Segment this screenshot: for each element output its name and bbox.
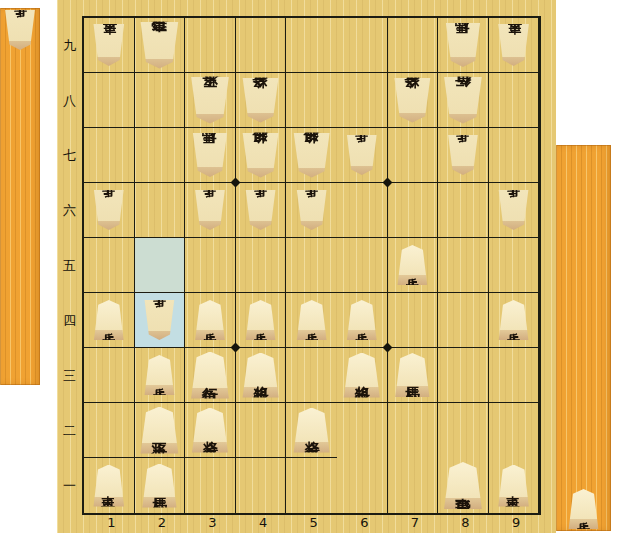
square-2-1[interactable]: 桂馬 [135,458,186,513]
square-5-4[interactable]: 歩兵 [286,293,337,348]
piece-王将-bottom[interactable]: 王将 [138,407,180,454]
piece-銀将-bottom[interactable]: 銀将 [342,353,382,398]
square-8-8[interactable]: 角行 [438,73,489,128]
piece-歩兵-bottom-hand[interactable]: 歩兵 [567,489,600,529]
square-3-9[interactable] [185,18,236,73]
komadai-top-player[interactable]: 歩兵 [0,8,40,385]
square-6-9[interactable] [337,18,388,73]
rank-label-九: 九 [57,18,82,73]
square-1-6[interactable]: 歩兵 [84,183,135,238]
piece-歩兵-top[interactable]: 歩兵 [446,135,479,175]
square-8-6[interactable] [438,183,489,238]
square-3-7[interactable]: 桂馬 [185,128,236,183]
square-4-8[interactable]: 金将 [236,73,287,128]
square-5-3[interactable] [286,348,337,403]
square-3-5[interactable] [185,238,236,293]
square-1-4[interactable]: 歩兵 [84,293,135,348]
square-6-8[interactable] [337,73,388,128]
square-5-1[interactable] [286,458,337,513]
square-2-9[interactable]: 飛車 [135,18,186,73]
piece-金将-bottom[interactable]: 金将 [292,408,332,453]
file-label-5: 5 [288,515,339,530]
piece-香車-bottom[interactable]: 香車 [497,465,531,507]
square-1-9[interactable]: 香車 [84,18,135,73]
square-4-2[interactable] [236,403,287,458]
square-9-5[interactable] [489,238,540,293]
piece-桂馬-bottom[interactable]: 桂馬 [393,353,431,397]
square-7-8[interactable]: 金将 [388,73,439,128]
square-7-3[interactable]: 桂馬 [388,348,439,403]
rank-label-一: 一 [57,458,82,513]
square-9-6[interactable]: 歩兵 [489,183,540,238]
square-2-7[interactable] [135,128,186,183]
square-6-6[interactable] [337,183,388,238]
square-4-9[interactable] [236,18,287,73]
square-4-6[interactable]: 歩兵 [236,183,287,238]
piece-銀将-bottom[interactable]: 銀将 [241,353,281,398]
piece-歩兵-bottom[interactable]: 歩兵 [396,245,429,285]
piece-香車-bottom[interactable]: 香車 [92,465,126,507]
piece-歩兵-top[interactable]: 歩兵 [497,190,530,230]
square-6-4[interactable]: 歩兵 [337,293,388,348]
square-3-2[interactable]: 金将 [185,403,236,458]
piece-桂馬-top[interactable]: 桂馬 [191,133,229,177]
square-2-5[interactable] [135,238,186,293]
piece-角行-bottom[interactable]: 角行 [189,352,231,399]
piece-金将-top[interactable]: 金将 [241,78,281,123]
piece-角行-top[interactable]: 角行 [442,77,484,124]
square-3-8[interactable]: 玉将 [185,73,236,128]
square-9-4[interactable]: 歩兵 [489,293,540,348]
piece-桂馬-top[interactable]: 桂馬 [444,23,482,67]
rank-label-二: 二 [57,403,82,458]
square-9-2[interactable] [489,403,540,458]
square-5-7[interactable]: 銀将 [286,128,337,183]
file-label-4: 4 [238,515,289,530]
square-5-8[interactable] [286,73,337,128]
piece-歩兵-bottom[interactable]: 歩兵 [244,300,277,340]
rank-label-三: 三 [57,348,82,403]
file-label-8: 8 [440,515,491,530]
square-9-3[interactable] [489,348,540,403]
square-8-9[interactable]: 桂馬 [438,18,489,73]
square-7-4[interactable] [388,293,439,348]
rank-label-七: 七 [57,128,82,183]
square-8-7[interactable]: 歩兵 [438,128,489,183]
piece-歩兵-bottom[interactable]: 歩兵 [193,300,226,340]
square-1-7[interactable] [84,128,135,183]
square-6-3[interactable]: 銀将 [337,348,388,403]
square-5-6[interactable]: 歩兵 [286,183,337,238]
file-label-2: 2 [137,515,188,530]
square-6-1[interactable] [337,458,388,513]
piece-銀将-top[interactable]: 銀将 [292,133,332,178]
rank-label-四: 四 [57,293,82,348]
square-1-3[interactable] [84,348,135,403]
rank-label-五: 五 [57,238,82,293]
square-7-5[interactable]: 歩兵 [388,238,439,293]
komadai-bottom-player[interactable]: 歩兵 [556,145,611,531]
square-6-7[interactable]: 歩兵 [337,128,388,183]
square-6-2[interactable] [337,403,388,458]
square-7-1[interactable] [388,458,439,513]
piece-歩兵-bottom[interactable]: 歩兵 [295,300,328,340]
square-2-4[interactable]: 歩兵 [135,293,186,348]
piece-桂馬-bottom[interactable]: 桂馬 [140,464,178,508]
square-8-3[interactable] [438,348,489,403]
square-2-3[interactable]: 歩兵 [135,348,186,403]
piece-歩兵-top[interactable]: 歩兵 [295,190,328,230]
square-4-3[interactable]: 銀将 [236,348,287,403]
rank-label-八: 八 [57,73,82,128]
square-9-1[interactable]: 香車 [489,458,540,513]
piece-香車-top[interactable]: 香車 [497,24,531,66]
piece-歩兵-top[interactable]: 歩兵 [92,190,125,230]
square-1-5[interactable] [84,238,135,293]
square-8-5[interactable] [438,238,489,293]
square-7-7[interactable] [388,128,439,183]
square-2-2[interactable]: 王将 [135,403,186,458]
square-3-3[interactable]: 角行 [185,348,236,403]
piece-歩兵-bottom[interactable]: 歩兵 [345,300,378,340]
square-7-6[interactable] [388,183,439,238]
square-8-4[interactable] [438,293,489,348]
square-2-6[interactable] [135,183,186,238]
square-1-8[interactable] [84,73,135,128]
square-2-8[interactable] [135,73,186,128]
piece-香車-top[interactable]: 香車 [92,24,126,66]
square-4-5[interactable] [236,238,287,293]
piece-飛車-top[interactable]: 飛車 [138,22,180,69]
board-grid: 香車飛車桂馬香車玉将金将金将角行桂馬銀将銀将歩兵歩兵歩兵歩兵歩兵歩兵歩兵歩兵歩兵… [82,16,541,515]
piece-歩兵-bottom[interactable]: 歩兵 [92,300,125,340]
piece-歩兵-top[interactable]: 歩兵 [244,190,277,230]
square-3-4[interactable]: 歩兵 [185,293,236,348]
rank-label-六: 六 [57,183,82,238]
square-8-1[interactable]: 飛車 [438,458,489,513]
file-label-1: 1 [86,515,137,530]
square-9-8[interactable] [489,73,540,128]
square-7-2[interactable] [388,403,439,458]
piece-金将-top[interactable]: 金将 [392,78,432,123]
piece-歩兵-bottom[interactable]: 歩兵 [497,300,530,340]
square-5-9[interactable] [286,18,337,73]
square-3-1[interactable] [185,458,236,513]
square-4-4[interactable]: 歩兵 [236,293,287,348]
file-label-3: 3 [187,515,238,530]
square-7-9[interactable] [388,18,439,73]
shogi-board: 九八七六五四三二一 香車飛車桂馬香車玉将金将金将角行桂馬銀将銀将歩兵歩兵歩兵歩兵… [57,0,556,533]
square-5-5[interactable] [286,238,337,293]
square-1-2[interactable] [84,403,135,458]
piece-歩兵-top[interactable]: 歩兵 [193,190,226,230]
file-label-6: 6 [339,515,390,530]
square-9-9[interactable]: 香車 [489,18,540,73]
piece-銀将-top[interactable]: 銀将 [241,133,281,178]
piece-飛車-bottom[interactable]: 飛車 [442,462,484,509]
file-label-9: 9 [491,515,542,530]
piece-歩兵-top-hand[interactable]: 歩兵 [4,10,37,50]
piece-歩兵-top[interactable]: 歩兵 [143,300,176,340]
piece-歩兵-bottom[interactable]: 歩兵 [143,355,176,395]
square-4-1[interactable] [236,458,287,513]
square-9-7[interactable] [489,128,540,183]
piece-金将-bottom[interactable]: 金将 [190,408,230,453]
square-1-1[interactable]: 香車 [84,458,135,513]
rank-labels: 九八七六五四三二一 [57,18,82,513]
file-label-7: 7 [390,515,441,530]
square-8-2[interactable] [438,403,489,458]
shogi-app: 歩兵 九八七六五四三二一 香車飛車桂馬香車玉将金将金将角行桂馬銀将銀将歩兵歩兵歩… [0,0,618,533]
square-3-6[interactable]: 歩兵 [185,183,236,238]
square-6-5[interactable] [337,238,388,293]
square-5-2[interactable]: 金将 [286,403,337,458]
piece-玉将-top[interactable]: 玉将 [189,77,231,124]
square-4-7[interactable]: 銀将 [236,128,287,183]
piece-歩兵-top[interactable]: 歩兵 [345,135,378,175]
